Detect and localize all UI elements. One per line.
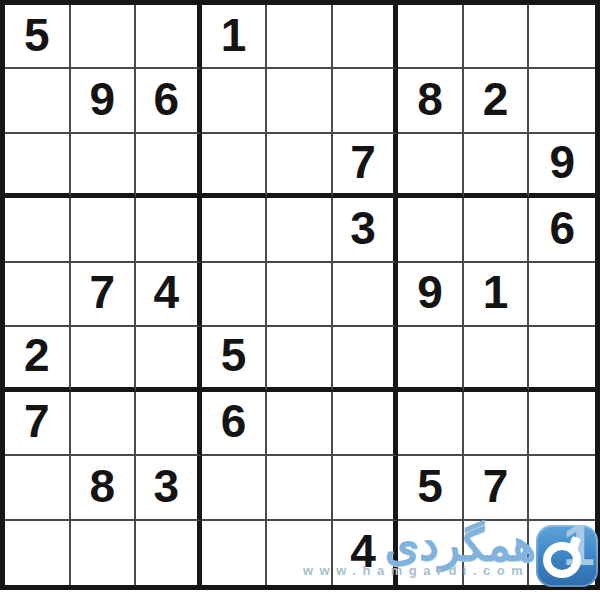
- cell-r1c2: [71, 5, 137, 69]
- cell-r3c8: [464, 134, 530, 198]
- cell-r5c9: [529, 263, 595, 327]
- cell-r7c1: 7: [5, 392, 71, 456]
- cell-r3c5: [267, 134, 333, 198]
- cell-r1c6: [333, 5, 399, 69]
- cell-r2c2: 9: [71, 69, 137, 133]
- cell-r5c3: 4: [136, 263, 202, 327]
- cell-r5c8: 1: [464, 263, 530, 327]
- cell-r4c1: [5, 198, 71, 262]
- cell-r8c9: [529, 456, 595, 520]
- cell-r5c6: [333, 263, 399, 327]
- cell-r2c6: [333, 69, 399, 133]
- cell-r5c7: 9: [398, 263, 464, 327]
- cell-r9c2: [71, 521, 137, 585]
- cell-r6c6: [333, 327, 399, 391]
- cell-r7c5: [267, 392, 333, 456]
- cell-r6c9: [529, 327, 595, 391]
- cell-r6c8: [464, 327, 530, 391]
- cell-r3c7: [398, 134, 464, 198]
- cell-r6c7: [398, 327, 464, 391]
- cell-r4c7: [398, 198, 464, 262]
- cell-r9c6: 4: [333, 521, 399, 585]
- cell-r5c4: [202, 263, 268, 327]
- cell-r2c9: [529, 69, 595, 133]
- cell-r2c8: 2: [464, 69, 530, 133]
- cell-r7c6: [333, 392, 399, 456]
- cell-r9c9: [529, 521, 595, 585]
- cell-r9c7: [398, 521, 464, 585]
- cell-r3c1: [5, 134, 71, 198]
- cell-r9c3: [136, 521, 202, 585]
- cell-r1c8: [464, 5, 530, 69]
- cell-r8c3: 3: [136, 456, 202, 520]
- cell-r5c5: [267, 263, 333, 327]
- cell-r8c4: [202, 456, 268, 520]
- cell-r8c1: [5, 456, 71, 520]
- cell-r1c1: 5: [5, 5, 71, 69]
- cell-r6c3: [136, 327, 202, 391]
- cell-r4c5: [267, 198, 333, 262]
- sudoku-board: 51968279367491257683574: [0, 0, 600, 590]
- cell-r8c6: [333, 456, 399, 520]
- cell-r8c8: 7: [464, 456, 530, 520]
- cell-r9c8: [464, 521, 530, 585]
- cell-r8c7: 5: [398, 456, 464, 520]
- cell-r7c2: [71, 392, 137, 456]
- cell-r9c5: [267, 521, 333, 585]
- cell-r4c8: [464, 198, 530, 262]
- cell-r6c1: 2: [5, 327, 71, 391]
- cell-r8c5: [267, 456, 333, 520]
- cell-r4c4: [202, 198, 268, 262]
- cell-r4c6: 3: [333, 198, 399, 262]
- cell-r2c7: 8: [398, 69, 464, 133]
- cell-r8c2: 8: [71, 456, 137, 520]
- cell-r1c9: [529, 5, 595, 69]
- cell-r7c8: [464, 392, 530, 456]
- cell-r7c9: [529, 392, 595, 456]
- cell-r7c7: [398, 392, 464, 456]
- cell-r4c3: [136, 198, 202, 262]
- cell-r3c2: [71, 134, 137, 198]
- cell-r3c9: 9: [529, 134, 595, 198]
- cell-r1c5: [267, 5, 333, 69]
- cell-r7c4: 6: [202, 392, 268, 456]
- cell-r4c9: 6: [529, 198, 595, 262]
- cell-r1c7: [398, 5, 464, 69]
- cell-r6c2: [71, 327, 137, 391]
- cell-r9c4: [202, 521, 268, 585]
- cell-r2c3: 6: [136, 69, 202, 133]
- cell-r6c4: 5: [202, 327, 268, 391]
- cell-r3c4: [202, 134, 268, 198]
- cell-r2c5: [267, 69, 333, 133]
- cell-r5c1: [5, 263, 71, 327]
- sudoku-puzzle-image: 51968279367491257683574 همگردی www.hamga…: [0, 0, 600, 600]
- cell-r1c4: 1: [202, 5, 268, 69]
- cell-r5c2: 7: [71, 263, 137, 327]
- cell-r2c1: [5, 69, 71, 133]
- cell-r7c3: [136, 392, 202, 456]
- cell-r3c6: 7: [333, 134, 399, 198]
- cell-r1c3: [136, 5, 202, 69]
- cell-r6c5: [267, 327, 333, 391]
- cell-r9c1: [5, 521, 71, 585]
- cell-r2c4: [202, 69, 268, 133]
- cell-r4c2: [71, 198, 137, 262]
- cell-r3c3: [136, 134, 202, 198]
